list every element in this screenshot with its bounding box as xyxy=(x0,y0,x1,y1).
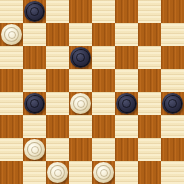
square-d8[interactable] xyxy=(69,0,92,23)
square-e1[interactable] xyxy=(92,161,115,184)
square-b7[interactable] xyxy=(23,23,46,46)
square-c3[interactable] xyxy=(46,115,69,138)
square-h1[interactable] xyxy=(161,161,184,184)
black-man-b4[interactable] xyxy=(24,93,45,114)
square-h5[interactable] xyxy=(161,69,184,92)
square-a2[interactable] xyxy=(0,138,23,161)
square-h3[interactable] xyxy=(161,115,184,138)
square-g4[interactable] xyxy=(138,92,161,115)
square-e5[interactable] xyxy=(92,69,115,92)
square-e7[interactable] xyxy=(92,23,115,46)
square-h4[interactable] xyxy=(161,92,184,115)
square-c8[interactable] xyxy=(46,0,69,23)
square-f7[interactable] xyxy=(115,23,138,46)
square-b6[interactable] xyxy=(23,46,46,69)
square-g8[interactable] xyxy=(138,0,161,23)
square-g5[interactable] xyxy=(138,69,161,92)
black-man-h4[interactable] xyxy=(162,93,183,114)
square-e4[interactable] xyxy=(92,92,115,115)
square-f5[interactable] xyxy=(115,69,138,92)
square-f3[interactable] xyxy=(115,115,138,138)
square-h7[interactable] xyxy=(161,23,184,46)
square-c2[interactable] xyxy=(46,138,69,161)
square-g2[interactable] xyxy=(138,138,161,161)
square-b1[interactable] xyxy=(23,161,46,184)
black-man-d6[interactable] xyxy=(70,47,91,68)
square-h8[interactable] xyxy=(161,0,184,23)
square-f4[interactable] xyxy=(115,92,138,115)
square-e2[interactable] xyxy=(92,138,115,161)
square-g1[interactable] xyxy=(138,161,161,184)
square-c7[interactable] xyxy=(46,23,69,46)
black-man-f4[interactable] xyxy=(116,93,137,114)
white-man-d4[interactable] xyxy=(70,93,91,114)
square-f2[interactable] xyxy=(115,138,138,161)
square-c6[interactable] xyxy=(46,46,69,69)
square-c4[interactable] xyxy=(46,92,69,115)
square-g3[interactable] xyxy=(138,115,161,138)
square-f8[interactable] xyxy=(115,0,138,23)
square-d6[interactable] xyxy=(69,46,92,69)
square-f6[interactable] xyxy=(115,46,138,69)
square-d7[interactable] xyxy=(69,23,92,46)
square-h2[interactable] xyxy=(161,138,184,161)
square-e3[interactable] xyxy=(92,115,115,138)
white-man-b2[interactable] xyxy=(24,139,45,160)
square-b3[interactable] xyxy=(23,115,46,138)
square-e6[interactable] xyxy=(92,46,115,69)
square-f1[interactable] xyxy=(115,161,138,184)
square-d1[interactable] xyxy=(69,161,92,184)
square-c5[interactable] xyxy=(46,69,69,92)
white-man-c1[interactable] xyxy=(47,162,68,183)
square-g6[interactable] xyxy=(138,46,161,69)
square-d4[interactable] xyxy=(69,92,92,115)
square-a7[interactable] xyxy=(0,23,23,46)
square-e8[interactable] xyxy=(92,0,115,23)
square-a5[interactable] xyxy=(0,69,23,92)
square-a6[interactable] xyxy=(0,46,23,69)
square-h6[interactable] xyxy=(161,46,184,69)
white-man-e1[interactable] xyxy=(93,162,114,183)
square-b5[interactable] xyxy=(23,69,46,92)
checkers-board xyxy=(0,0,184,184)
white-man-a7[interactable] xyxy=(1,24,22,45)
square-c1[interactable] xyxy=(46,161,69,184)
square-b2[interactable] xyxy=(23,138,46,161)
square-a4[interactable] xyxy=(0,92,23,115)
square-d5[interactable] xyxy=(69,69,92,92)
square-a3[interactable] xyxy=(0,115,23,138)
black-man-b8[interactable] xyxy=(24,1,45,22)
square-a1[interactable] xyxy=(0,161,23,184)
square-g7[interactable] xyxy=(138,23,161,46)
square-d2[interactable] xyxy=(69,138,92,161)
square-b8[interactable] xyxy=(23,0,46,23)
square-b4[interactable] xyxy=(23,92,46,115)
square-d3[interactable] xyxy=(69,115,92,138)
square-a8[interactable] xyxy=(0,0,23,23)
